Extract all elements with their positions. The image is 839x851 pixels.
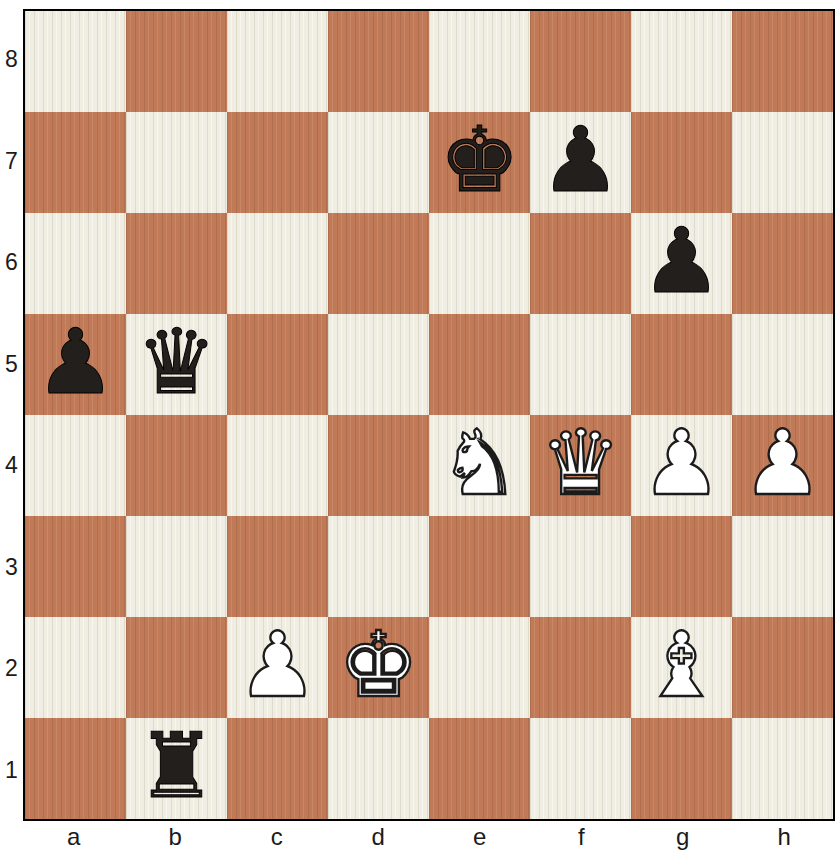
square-g7[interactable] <box>631 112 732 213</box>
rank-label-1: 1 <box>0 720 23 822</box>
square-f1[interactable] <box>530 718 631 819</box>
square-a7[interactable] <box>25 112 126 213</box>
square-a5[interactable]: ♟ <box>25 314 126 415</box>
square-b2[interactable] <box>126 617 227 718</box>
file-label-g: g <box>632 821 734 851</box>
square-g8[interactable] <box>631 11 732 112</box>
file-label-c: c <box>226 821 328 851</box>
rank-label-4: 4 <box>0 415 23 517</box>
square-g1[interactable] <box>631 718 732 819</box>
square-e6[interactable] <box>429 213 530 314</box>
square-f3[interactable] <box>530 516 631 617</box>
square-d3[interactable] <box>328 516 429 617</box>
square-a4[interactable] <box>25 415 126 516</box>
black-rook-b1[interactable]: ♜ <box>136 721 217 811</box>
rank-label-7: 7 <box>0 111 23 213</box>
square-c5[interactable] <box>227 314 328 415</box>
square-c6[interactable] <box>227 213 328 314</box>
square-e8[interactable] <box>429 11 530 112</box>
square-h4[interactable]: ♟ <box>732 415 833 516</box>
white-pawn-g4[interactable]: ♟ <box>641 418 722 508</box>
square-d5[interactable] <box>328 314 429 415</box>
square-b7[interactable] <box>126 112 227 213</box>
square-c7[interactable] <box>227 112 328 213</box>
black-queen-b5[interactable]: ♛ <box>136 317 217 407</box>
square-g5[interactable] <box>631 314 732 415</box>
square-f7[interactable]: ♟ <box>530 112 631 213</box>
square-d4[interactable] <box>328 415 429 516</box>
white-knight-e4[interactable]: ♞ <box>439 418 520 508</box>
black-king-e7[interactable]: ♚ <box>439 115 520 205</box>
square-b6[interactable] <box>126 213 227 314</box>
square-b5[interactable]: ♛ <box>126 314 227 415</box>
square-h7[interactable] <box>732 112 833 213</box>
square-d6[interactable] <box>328 213 429 314</box>
square-f5[interactable] <box>530 314 631 415</box>
square-h6[interactable] <box>732 213 833 314</box>
chess-board-diagram: 87654321 ♚♟♟♟♛♞♛♟♟♟♚♝♜ abcdefgh <box>0 0 839 851</box>
rank-label-8: 8 <box>0 9 23 111</box>
file-label-b: b <box>125 821 227 851</box>
file-label-d: d <box>328 821 430 851</box>
square-d8[interactable] <box>328 11 429 112</box>
square-e2[interactable] <box>429 617 530 718</box>
square-a6[interactable] <box>25 213 126 314</box>
rank-labels: 87654321 <box>0 9 23 821</box>
white-pawn-c2[interactable]: ♟ <box>237 620 318 710</box>
file-label-e: e <box>429 821 531 851</box>
rank-label-6: 6 <box>0 212 23 314</box>
black-pawn-g6[interactable]: ♟ <box>641 216 722 306</box>
square-d7[interactable] <box>328 112 429 213</box>
square-b8[interactable] <box>126 11 227 112</box>
square-c1[interactable] <box>227 718 328 819</box>
square-a2[interactable] <box>25 617 126 718</box>
square-c2[interactable]: ♟ <box>227 617 328 718</box>
square-d2[interactable]: ♚ <box>328 617 429 718</box>
square-e5[interactable] <box>429 314 530 415</box>
white-king-d2[interactable]: ♚ <box>338 620 419 710</box>
black-pawn-f7[interactable]: ♟ <box>540 115 621 205</box>
white-pawn-h4[interactable]: ♟ <box>742 418 823 508</box>
file-label-h: h <box>734 821 836 851</box>
square-g6[interactable]: ♟ <box>631 213 732 314</box>
square-f2[interactable] <box>530 617 631 718</box>
file-labels: abcdefgh <box>23 821 835 851</box>
square-d1[interactable] <box>328 718 429 819</box>
square-h1[interactable] <box>732 718 833 819</box>
square-a1[interactable] <box>25 718 126 819</box>
square-h5[interactable] <box>732 314 833 415</box>
square-g2[interactable]: ♝ <box>631 617 732 718</box>
file-label-a: a <box>23 821 125 851</box>
black-pawn-a5[interactable]: ♟ <box>35 317 116 407</box>
square-f8[interactable] <box>530 11 631 112</box>
square-b3[interactable] <box>126 516 227 617</box>
rank-label-5: 5 <box>0 314 23 416</box>
square-e1[interactable] <box>429 718 530 819</box>
square-h3[interactable] <box>732 516 833 617</box>
square-e7[interactable]: ♚ <box>429 112 530 213</box>
white-queen-f4[interactable]: ♛ <box>540 418 621 508</box>
square-b1[interactable]: ♜ <box>126 718 227 819</box>
square-c8[interactable] <box>227 11 328 112</box>
square-b4[interactable] <box>126 415 227 516</box>
square-e4[interactable]: ♞ <box>429 415 530 516</box>
square-c3[interactable] <box>227 516 328 617</box>
square-f6[interactable] <box>530 213 631 314</box>
square-a3[interactable] <box>25 516 126 617</box>
square-e3[interactable] <box>429 516 530 617</box>
board: ♚♟♟♟♛♞♛♟♟♟♚♝♜ <box>23 9 835 821</box>
square-g4[interactable]: ♟ <box>631 415 732 516</box>
file-label-f: f <box>531 821 633 851</box>
square-f4[interactable]: ♛ <box>530 415 631 516</box>
square-a8[interactable] <box>25 11 126 112</box>
square-h2[interactable] <box>732 617 833 718</box>
square-h8[interactable] <box>732 11 833 112</box>
square-g3[interactable] <box>631 516 732 617</box>
white-bishop-g2[interactable]: ♝ <box>641 620 722 710</box>
square-c4[interactable] <box>227 415 328 516</box>
rank-label-3: 3 <box>0 517 23 619</box>
rank-label-2: 2 <box>0 618 23 720</box>
